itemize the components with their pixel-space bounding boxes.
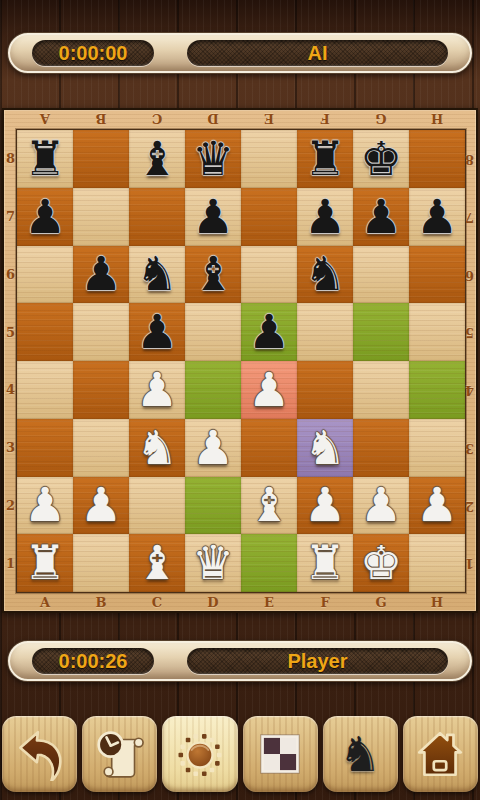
square-d7[interactable]: ♟ bbox=[185, 188, 241, 246]
moves-history-button[interactable] bbox=[82, 716, 157, 792]
square-g5[interactable] bbox=[353, 303, 409, 361]
square-b8[interactable] bbox=[73, 130, 129, 188]
square-e6[interactable] bbox=[241, 246, 297, 304]
square-b2[interactable]: ♟ bbox=[73, 477, 129, 535]
square-g7[interactable]: ♟ bbox=[353, 188, 409, 246]
black-pawn: ♟ bbox=[136, 304, 178, 360]
square-h7[interactable]: ♟ bbox=[409, 188, 465, 246]
rank-labels-right: 87654321 bbox=[463, 130, 476, 592]
square-f8[interactable]: ♜ bbox=[297, 130, 353, 188]
file-label: E bbox=[241, 110, 297, 128]
white-rook: ♜ bbox=[304, 535, 346, 591]
black-pawn: ♟ bbox=[248, 304, 290, 360]
square-f4[interactable] bbox=[297, 361, 353, 419]
square-f5[interactable] bbox=[297, 303, 353, 361]
square-g6[interactable] bbox=[353, 246, 409, 304]
opponent-status-bar: 0:00:00 AI bbox=[8, 33, 472, 73]
square-h1[interactable] bbox=[409, 534, 465, 592]
square-c6[interactable]: ♞ bbox=[129, 246, 185, 304]
square-h5[interactable] bbox=[409, 303, 465, 361]
square-g4[interactable] bbox=[353, 361, 409, 419]
rank-label: 8 bbox=[4, 130, 17, 188]
settings-button[interactable] bbox=[162, 716, 237, 792]
pieces-style-icon: ♞ bbox=[339, 728, 382, 780]
black-king: ♚ bbox=[360, 131, 402, 187]
square-c8[interactable]: ♝ bbox=[129, 130, 185, 188]
settings-icon bbox=[173, 727, 227, 781]
file-label: F bbox=[297, 110, 353, 128]
square-d2[interactable] bbox=[185, 477, 241, 535]
black-pawn: ♟ bbox=[304, 189, 346, 245]
square-c2[interactable] bbox=[129, 477, 185, 535]
square-a2[interactable]: ♟ bbox=[17, 477, 73, 535]
player-clock: 0:00:26 bbox=[32, 648, 154, 674]
black-rook: ♜ bbox=[24, 131, 66, 187]
square-b4[interactable] bbox=[73, 361, 129, 419]
rank-label: 7 bbox=[4, 188, 17, 246]
square-f1[interactable]: ♜ bbox=[297, 534, 353, 592]
black-queen: ♛ bbox=[192, 131, 234, 187]
rank-label: 5 bbox=[4, 303, 17, 361]
file-label: H bbox=[409, 110, 465, 128]
player-status-bar: 0:00:26 Player bbox=[8, 641, 472, 681]
rank-label: 8 bbox=[463, 130, 476, 188]
square-h4[interactable] bbox=[409, 361, 465, 419]
square-a7[interactable]: ♟ bbox=[17, 188, 73, 246]
square-e4[interactable]: ♟ bbox=[241, 361, 297, 419]
file-labels-bottom: ABCDEFGH bbox=[17, 593, 465, 611]
square-d5[interactable] bbox=[185, 303, 241, 361]
rank-label: 3 bbox=[463, 419, 476, 477]
chess-board: ABCDEFGH 87654321 ♜♝♛♜♚♟♟♟♟♟♟♞♝♞♟♟♟♟♞♟♞♟… bbox=[2, 108, 478, 613]
square-g1[interactable]: ♚ bbox=[353, 534, 409, 592]
white-pawn: ♟ bbox=[304, 477, 346, 533]
toolbar: ♞ bbox=[0, 716, 480, 794]
file-label: C bbox=[129, 593, 185, 611]
square-a6[interactable] bbox=[17, 246, 73, 304]
home-icon bbox=[413, 727, 467, 781]
white-bishop: ♝ bbox=[248, 477, 290, 533]
white-pawn: ♟ bbox=[136, 362, 178, 418]
rank-label: 1 bbox=[4, 534, 17, 592]
opponent-name-plate: AI bbox=[187, 40, 448, 66]
square-b7[interactable] bbox=[73, 188, 129, 246]
black-knight: ♞ bbox=[304, 246, 346, 302]
undo-icon bbox=[13, 727, 67, 781]
board-style-icon bbox=[253, 727, 307, 781]
white-pawn: ♟ bbox=[360, 477, 402, 533]
rank-label: 2 bbox=[463, 477, 476, 535]
square-f2[interactable]: ♟ bbox=[297, 477, 353, 535]
rank-label: 7 bbox=[463, 188, 476, 246]
square-a3[interactable] bbox=[17, 419, 73, 477]
file-label: D bbox=[185, 110, 241, 128]
square-f7[interactable]: ♟ bbox=[297, 188, 353, 246]
opponent-name: AI bbox=[187, 40, 448, 66]
file-label: H bbox=[409, 593, 465, 611]
rank-label: 1 bbox=[463, 534, 476, 592]
opponent-clock-time: 0:00:00 bbox=[32, 40, 154, 66]
home-button[interactable] bbox=[403, 716, 478, 792]
rank-labels-left: 87654321 bbox=[4, 130, 17, 592]
white-pawn: ♟ bbox=[80, 477, 122, 533]
square-c7[interactable] bbox=[129, 188, 185, 246]
opponent-clock: 0:00:00 bbox=[32, 40, 154, 66]
square-h6[interactable] bbox=[409, 246, 465, 304]
square-e8[interactable] bbox=[241, 130, 297, 188]
rank-label: 6 bbox=[4, 246, 17, 304]
square-e1[interactable] bbox=[241, 534, 297, 592]
board-grid: ♜♝♛♜♚♟♟♟♟♟♟♞♝♞♟♟♟♟♞♟♞♟♟♝♟♟♟♜♝♛♜♚ bbox=[17, 130, 465, 592]
file-label: A bbox=[17, 593, 73, 611]
file-label: B bbox=[73, 593, 129, 611]
square-g8[interactable]: ♚ bbox=[353, 130, 409, 188]
player-name: Player bbox=[187, 648, 448, 674]
square-g2[interactable]: ♟ bbox=[353, 477, 409, 535]
square-e5[interactable]: ♟ bbox=[241, 303, 297, 361]
square-a1[interactable]: ♜ bbox=[17, 534, 73, 592]
black-pawn: ♟ bbox=[192, 189, 234, 245]
square-d4[interactable] bbox=[185, 361, 241, 419]
player-clock-time: 0:00:26 bbox=[32, 648, 154, 674]
file-label: C bbox=[129, 110, 185, 128]
file-label: D bbox=[185, 593, 241, 611]
square-c5[interactable]: ♟ bbox=[129, 303, 185, 361]
square-e7[interactable] bbox=[241, 188, 297, 246]
undo-button[interactable] bbox=[2, 716, 77, 792]
rank-label: 4 bbox=[463, 361, 476, 419]
square-b3[interactable] bbox=[73, 419, 129, 477]
square-e2[interactable]: ♝ bbox=[241, 477, 297, 535]
file-label: F bbox=[297, 593, 353, 611]
square-b1[interactable] bbox=[73, 534, 129, 592]
square-c4[interactable]: ♟ bbox=[129, 361, 185, 419]
square-a4[interactable] bbox=[17, 361, 73, 419]
file-label: G bbox=[353, 593, 409, 611]
black-bishop: ♝ bbox=[192, 246, 234, 302]
square-e3[interactable] bbox=[241, 419, 297, 477]
rank-label: 4 bbox=[4, 361, 17, 419]
black-pawn: ♟ bbox=[80, 246, 122, 302]
rank-label: 5 bbox=[463, 303, 476, 361]
square-b6[interactable]: ♟ bbox=[73, 246, 129, 304]
rank-label: 2 bbox=[4, 477, 17, 535]
black-pawn: ♟ bbox=[416, 189, 458, 245]
file-labels-top: ABCDEFGH bbox=[17, 110, 465, 128]
square-h2[interactable]: ♟ bbox=[409, 477, 465, 535]
square-g3[interactable] bbox=[353, 419, 409, 477]
rank-label: 3 bbox=[4, 419, 17, 477]
white-knight: ♞ bbox=[136, 420, 178, 476]
file-label: E bbox=[241, 593, 297, 611]
white-king: ♚ bbox=[360, 535, 402, 591]
square-h3[interactable] bbox=[409, 419, 465, 477]
white-bishop: ♝ bbox=[136, 535, 178, 591]
white-pawn: ♟ bbox=[416, 477, 458, 533]
black-knight: ♞ bbox=[136, 246, 178, 302]
player-name-plate: Player bbox=[187, 648, 448, 674]
black-pawn: ♟ bbox=[360, 189, 402, 245]
white-rook: ♜ bbox=[24, 535, 66, 591]
square-a8[interactable]: ♜ bbox=[17, 130, 73, 188]
file-label: G bbox=[353, 110, 409, 128]
rank-label: 6 bbox=[463, 246, 476, 304]
square-h8[interactable] bbox=[409, 130, 465, 188]
square-b5[interactable] bbox=[73, 303, 129, 361]
moves-history-icon bbox=[93, 727, 147, 781]
black-pawn: ♟ bbox=[24, 189, 66, 245]
square-d3[interactable]: ♟ bbox=[185, 419, 241, 477]
black-bishop: ♝ bbox=[136, 131, 178, 187]
pieces-style-button[interactable]: ♞ bbox=[323, 716, 398, 792]
square-d6[interactable]: ♝ bbox=[185, 246, 241, 304]
white-pawn: ♟ bbox=[248, 362, 290, 418]
board-style-button[interactable] bbox=[243, 716, 318, 792]
square-d8[interactable]: ♛ bbox=[185, 130, 241, 188]
square-c3[interactable]: ♞ bbox=[129, 419, 185, 477]
file-label: A bbox=[17, 110, 73, 128]
square-c1[interactable]: ♝ bbox=[129, 534, 185, 592]
square-f6[interactable]: ♞ bbox=[297, 246, 353, 304]
square-f3[interactable]: ♞ bbox=[297, 419, 353, 477]
square-d1[interactable]: ♛ bbox=[185, 534, 241, 592]
white-queen: ♛ bbox=[192, 535, 234, 591]
white-knight: ♞ bbox=[304, 420, 346, 476]
file-label: B bbox=[73, 110, 129, 128]
black-rook: ♜ bbox=[304, 131, 346, 187]
white-pawn: ♟ bbox=[24, 477, 66, 533]
white-pawn: ♟ bbox=[192, 420, 234, 476]
square-a5[interactable] bbox=[17, 303, 73, 361]
